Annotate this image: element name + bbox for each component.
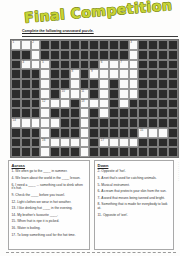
white-cell[interactable] [31, 118, 41, 128]
black-cell [50, 108, 60, 118]
black-cell [50, 128, 60, 138]
white-cell[interactable] [40, 108, 50, 118]
white-cell[interactable] [31, 50, 41, 60]
black-cell [11, 69, 21, 79]
black-cell [158, 99, 168, 109]
white-cell[interactable] [109, 60, 119, 70]
black-cell [40, 50, 50, 60]
black-cell [21, 128, 31, 138]
black-cell [89, 118, 99, 128]
white-cell[interactable] [99, 79, 109, 89]
black-cell [138, 147, 148, 157]
black-cell [148, 40, 158, 50]
black-cell [119, 147, 129, 157]
black-cell [99, 147, 109, 157]
white-cell[interactable] [80, 128, 90, 138]
clue-item: 14- My brother's favourite ____. [12, 214, 87, 218]
white-cell[interactable]: 7 [119, 60, 129, 70]
clue-number: 6 [101, 61, 103, 64]
black-cell [129, 128, 139, 138]
white-cell[interactable] [129, 60, 139, 70]
white-cell[interactable] [21, 40, 31, 50]
black-cell [50, 60, 60, 70]
black-cell [60, 50, 70, 60]
black-cell [50, 69, 60, 79]
black-cell [109, 99, 119, 109]
clue-item: 17- To keep something cool for the hot t… [12, 234, 87, 238]
white-cell[interactable]: 16 [40, 138, 50, 148]
black-cell [138, 69, 148, 79]
clue-number: 16 [42, 139, 45, 142]
down-clue-box: Down 2- Opposite of 'hot'.3- A net that'… [94, 160, 174, 250]
white-cell[interactable] [40, 69, 50, 79]
black-cell [168, 138, 178, 148]
white-cell[interactable]: 15 [138, 128, 148, 138]
black-cell [80, 60, 90, 70]
black-cell [31, 69, 41, 79]
black-cell [168, 128, 178, 138]
black-cell [158, 50, 168, 60]
black-cell [70, 108, 80, 118]
white-cell[interactable]: 13 [80, 99, 90, 109]
clue-item: 11- Opposite of 'wet'. [98, 214, 171, 218]
across-clue-list: 1- We often go to the ____ in summer.4- … [12, 170, 87, 237]
black-cell [70, 50, 80, 60]
white-cell[interactable] [60, 138, 70, 148]
clue-item: 1- We often go to the ____ in summer. [12, 170, 87, 174]
black-cell [168, 147, 178, 157]
black-cell [11, 79, 21, 89]
black-cell [60, 128, 70, 138]
black-cell [158, 147, 168, 157]
white-cell[interactable] [99, 89, 109, 99]
worksheet-page: Final Competition Complete the following… [0, 0, 180, 256]
black-cell [138, 79, 148, 89]
white-cell[interactable]: 17 [99, 138, 109, 148]
black-cell [60, 118, 70, 128]
black-cell [89, 79, 99, 89]
black-cell [21, 138, 31, 148]
black-cell [89, 147, 99, 157]
clue-number: 9 [91, 70, 93, 73]
black-cell [138, 108, 148, 118]
white-cell[interactable] [99, 99, 109, 109]
white-cell[interactable] [129, 50, 139, 60]
white-cell[interactable] [50, 138, 60, 148]
white-cell[interactable] [80, 108, 90, 118]
clue-item: 5- Musical instrument. [98, 184, 171, 188]
black-cell [129, 147, 139, 157]
white-cell[interactable]: 12 [40, 99, 50, 109]
clue-number: 2 [32, 41, 34, 44]
black-cell [148, 138, 158, 148]
black-cell [119, 128, 129, 138]
instructions-text: Complete the following crossword puzzle. [22, 29, 94, 33]
black-cell [148, 50, 158, 60]
black-cell [158, 108, 168, 118]
black-cell [70, 118, 80, 128]
white-cell[interactable] [31, 60, 41, 70]
header-divider [22, 36, 178, 37]
black-cell [138, 89, 148, 99]
black-cell [148, 108, 158, 118]
black-cell [21, 50, 31, 60]
black-cell [138, 60, 148, 70]
black-cell [89, 60, 99, 70]
black-cell [158, 138, 168, 148]
black-cell [11, 147, 21, 157]
black-cell [31, 99, 41, 109]
black-cell [31, 108, 41, 118]
white-cell[interactable] [50, 99, 60, 109]
black-cell [148, 60, 158, 70]
black-cell [80, 50, 90, 60]
black-cell [21, 69, 31, 79]
black-cell [11, 99, 21, 109]
page-title: Final Competition [24, 0, 179, 26]
black-cell [80, 69, 90, 79]
black-cell [31, 89, 41, 99]
black-cell [21, 99, 31, 109]
black-cell [60, 69, 70, 79]
white-cell[interactable]: 11 [80, 89, 90, 99]
black-cell [21, 108, 31, 118]
black-cell [138, 99, 148, 109]
black-cell [168, 40, 178, 50]
down-clue-list: 2- Opposite of 'hot'.3- A net that's use… [98, 170, 171, 217]
black-cell [11, 108, 21, 118]
black-cell [89, 89, 99, 99]
clue-item: 16- Water is boiling. [12, 227, 87, 231]
black-cell [119, 50, 129, 60]
black-cell [31, 128, 41, 138]
black-cell [70, 40, 80, 50]
black-cell [109, 118, 119, 128]
black-cell [50, 50, 60, 60]
black-cell [89, 40, 99, 50]
white-cell[interactable] [80, 147, 90, 157]
black-cell [119, 40, 129, 50]
white-cell[interactable] [80, 118, 90, 128]
black-cell [40, 40, 50, 50]
black-cell [158, 118, 168, 128]
black-cell [60, 79, 70, 89]
black-cell [168, 50, 178, 60]
clue-item: 2- Opposite of 'hot'. [98, 170, 171, 174]
white-cell[interactable] [89, 99, 99, 109]
black-cell [158, 89, 168, 99]
clue-item: 7- A word that means being tanned and br… [98, 197, 171, 201]
white-cell[interactable] [119, 79, 129, 89]
white-cell[interactable] [119, 138, 129, 148]
black-cell [50, 40, 60, 50]
white-cell[interactable]: 4 [21, 60, 31, 70]
black-cell [109, 79, 119, 89]
black-cell [148, 147, 158, 157]
clue-number: 11 [81, 90, 84, 93]
white-cell[interactable] [148, 128, 158, 138]
black-cell [80, 40, 90, 50]
clue-number: 1 [13, 41, 15, 44]
black-cell [21, 79, 31, 89]
black-cell [148, 118, 158, 128]
white-cell[interactable] [99, 108, 109, 118]
black-cell [70, 128, 80, 138]
crossword-grid: 1234567891011121314151617 [10, 39, 179, 158]
white-cell[interactable]: 1 [11, 40, 21, 50]
black-cell [21, 147, 31, 157]
clue-number: 3 [130, 41, 132, 44]
clue-section: Across 1- We often go to the ____ in sum… [8, 160, 176, 250]
white-cell[interactable]: 5 [40, 60, 50, 70]
white-cell[interactable]: 2 [31, 40, 41, 50]
white-cell[interactable] [119, 89, 129, 99]
black-cell [11, 50, 21, 60]
clue-item: 8- Something that is made for everybody … [98, 203, 171, 211]
clue-number: 14 [13, 119, 16, 122]
black-cell [158, 60, 168, 70]
bottom-dashed-line [6, 252, 176, 253]
black-cell [168, 79, 178, 89]
black-cell [70, 60, 80, 70]
black-cell [119, 108, 129, 118]
black-cell [138, 50, 148, 60]
black-cell [168, 99, 178, 109]
black-cell [31, 138, 41, 148]
white-cell[interactable] [70, 89, 80, 99]
white-cell[interactable] [40, 118, 50, 128]
black-cell [109, 50, 119, 60]
black-cell [99, 128, 109, 138]
black-cell [109, 147, 119, 157]
black-cell [11, 138, 21, 148]
across-clue-box: Across 1- We often go to the ____ in sum… [8, 160, 90, 250]
clue-item: 4- We learn about the world in the ____ … [12, 177, 87, 181]
across-title: Across [12, 163, 87, 168]
black-cell [168, 69, 178, 79]
black-cell [158, 40, 168, 50]
white-cell[interactable] [70, 138, 80, 148]
black-cell [70, 147, 80, 157]
clue-number: 4 [22, 61, 24, 64]
black-cell [11, 89, 21, 99]
black-cell [158, 79, 168, 89]
clue-item: 15- When fruit is ripe it is picked. [12, 220, 87, 224]
clue-number: 15 [140, 129, 143, 132]
clue-item: 9- Check the ____ before you travel. [12, 194, 87, 198]
black-cell [99, 40, 109, 50]
black-cell [109, 40, 119, 50]
black-cell [148, 69, 158, 79]
black-cell [109, 89, 119, 99]
clue-number: 17 [101, 139, 104, 142]
white-cell[interactable] [50, 118, 60, 128]
white-cell[interactable] [80, 138, 90, 148]
black-cell [129, 99, 139, 109]
clue-item: 13- I like drinking hot ____ in the even… [12, 207, 87, 211]
white-cell[interactable]: 8 [70, 69, 80, 79]
black-cell [11, 128, 21, 138]
clue-number: 5 [42, 61, 44, 64]
white-cell[interactable]: 9 [89, 69, 99, 79]
white-cell[interactable] [70, 79, 80, 89]
black-cell [11, 60, 21, 70]
black-cell [80, 79, 90, 89]
black-cell [31, 147, 41, 157]
black-cell [148, 79, 158, 89]
black-cell [168, 60, 178, 70]
black-cell [138, 138, 148, 148]
black-cell [109, 108, 119, 118]
black-cell [89, 128, 99, 138]
clue-number: 13 [81, 100, 84, 103]
black-cell [70, 99, 80, 109]
white-cell[interactable]: 6 [99, 60, 109, 70]
black-cell [138, 118, 148, 128]
black-cell [21, 89, 31, 99]
white-cell[interactable] [40, 79, 50, 89]
black-cell [89, 108, 99, 118]
black-cell [89, 138, 99, 148]
white-cell[interactable] [158, 128, 168, 138]
white-cell[interactable]: 10 [60, 89, 70, 99]
clue-number: 10 [62, 90, 65, 93]
clue-number: 7 [120, 61, 122, 64]
black-cell [50, 79, 60, 89]
black-cell [109, 128, 119, 138]
black-cell [168, 108, 178, 118]
white-cell[interactable] [109, 69, 119, 79]
white-cell[interactable] [21, 118, 31, 128]
black-cell [50, 89, 60, 99]
white-cell[interactable] [119, 69, 129, 79]
white-cell[interactable] [99, 69, 109, 79]
black-cell [138, 40, 148, 50]
black-cell [129, 118, 139, 128]
black-cell [60, 147, 70, 157]
black-cell [168, 118, 178, 128]
white-cell[interactable] [109, 138, 119, 148]
white-cell[interactable] [119, 99, 129, 109]
clue-number: 12 [42, 100, 45, 103]
white-cell[interactable] [40, 89, 50, 99]
black-cell [148, 99, 158, 109]
white-cell[interactable] [40, 128, 50, 138]
black-cell [129, 108, 139, 118]
black-cell [31, 79, 41, 89]
white-cell[interactable]: 14 [11, 118, 21, 128]
white-cell[interactable] [129, 69, 139, 79]
down-title: Down [98, 163, 171, 168]
black-cell [60, 40, 70, 50]
white-cell[interactable] [129, 89, 139, 99]
black-cell [89, 50, 99, 60]
black-cell [50, 147, 60, 157]
black-cell [60, 60, 70, 70]
black-cell [99, 50, 109, 60]
black-cell [119, 118, 129, 128]
black-cell [148, 89, 158, 99]
white-cell[interactable] [40, 147, 50, 157]
white-cell[interactable] [129, 138, 139, 148]
black-cell [168, 89, 178, 99]
white-cell[interactable] [129, 79, 139, 89]
white-cell[interactable] [60, 99, 70, 109]
black-cell [158, 69, 168, 79]
white-cell[interactable]: 3 [129, 40, 139, 50]
black-cell [99, 118, 109, 128]
clue-item: 3- A net that's used for catching animal… [98, 177, 171, 181]
right-margin-text: ·········· [176, 162, 180, 248]
clue-item: 12- Light clothes we wear in hot weather… [12, 201, 87, 205]
clue-number: 8 [71, 70, 73, 73]
black-cell [60, 108, 70, 118]
clue-item: 6- A cream that protects your skin from … [98, 190, 171, 194]
clue-item: 6- I need a ____ ... something cool to d… [12, 184, 87, 192]
